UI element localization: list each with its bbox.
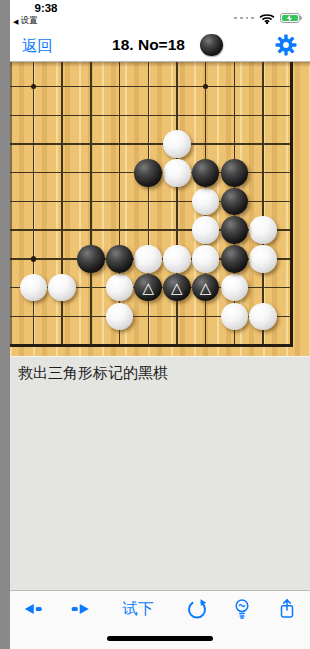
- stone-black-M4: [77, 245, 105, 273]
- stone-white-S4: [249, 245, 277, 273]
- stone-white-N2: [106, 303, 134, 331]
- turn-indicator-black-stone: [200, 34, 223, 57]
- stone-black-R6: [221, 188, 249, 216]
- wifi-icon: [259, 12, 275, 24]
- problem-caption-area: 救出三角形标记的黑棋: [10, 356, 310, 590]
- app-screen: 9:38 ◀ 设置: [10, 0, 310, 649]
- go-board[interactable]: △△△: [10, 62, 310, 356]
- status-bar: 9:38 ◀ 设置: [10, 0, 310, 28]
- board-bottom-edge-line: [10, 344, 293, 347]
- stone-black-O3: △: [134, 274, 162, 302]
- board-right-edge-line: [290, 62, 293, 347]
- refresh-icon: [186, 598, 208, 620]
- share-icon: [279, 599, 296, 620]
- stone-white-S5: [249, 216, 277, 244]
- step-back-arrow-icon: [25, 604, 42, 614]
- triangle-mark: △: [171, 280, 183, 296]
- stone-white-R2: [221, 303, 249, 331]
- stone-black-N4: [106, 245, 134, 273]
- cellular-signal-icon: [234, 17, 253, 20]
- breadcrumb-label: 设置: [20, 15, 37, 27]
- back-to-app-breadcrumb[interactable]: ◀ 设置: [13, 15, 37, 27]
- problem-caption: 救出三角形标记的黑棋: [18, 364, 168, 383]
- stone-black-Q7: [192, 159, 220, 187]
- charging-bolt-icon: [286, 14, 293, 23]
- stone-black-R7: [221, 159, 249, 187]
- board-clipped-left-line: [10, 62, 12, 347]
- stone-black-R5: [221, 216, 249, 244]
- lightbulb-icon: [234, 599, 251, 620]
- back-button[interactable]: 返回: [22, 36, 53, 57]
- page-title: 18. No=18: [96, 36, 201, 54]
- stone-white-P7: [163, 159, 191, 187]
- next-move-button[interactable]: [72, 604, 89, 614]
- status-bar-right: [234, 12, 302, 24]
- settings-gear-icon[interactable]: [275, 34, 297, 56]
- stone-white-O4: [134, 245, 162, 273]
- try-move-button[interactable]: 试下: [123, 599, 154, 620]
- triangle-mark: △: [200, 280, 212, 296]
- triangle-mark: △: [142, 280, 154, 296]
- stone-white-S2: [249, 303, 277, 331]
- share-button[interactable]: [279, 599, 296, 620]
- home-indicator[interactable]: [107, 636, 213, 641]
- stone-white-Q5: [192, 216, 220, 244]
- step-forward-arrow-icon: [72, 604, 89, 614]
- stone-black-R4: [221, 245, 249, 273]
- clock: 9:38: [24, 2, 68, 14]
- restart-button[interactable]: [186, 598, 208, 620]
- battery-icon: [280, 13, 302, 23]
- stone-white-Q4: [192, 245, 220, 273]
- stone-black-P3: △: [163, 274, 191, 302]
- stone-white-P8: [163, 130, 191, 158]
- star-point: [31, 256, 37, 262]
- hint-button[interactable]: [234, 599, 251, 620]
- breadcrumb-chevron-icon: ◀: [13, 18, 18, 25]
- nav-bar: 返回 18. No=18: [10, 28, 310, 62]
- previous-move-button[interactable]: [25, 604, 42, 614]
- stone-black-O7: [134, 159, 162, 187]
- stone-white-L3: [48, 274, 76, 302]
- board-grid-lines: [10, 62, 293, 347]
- stone-white-P4: [163, 245, 191, 273]
